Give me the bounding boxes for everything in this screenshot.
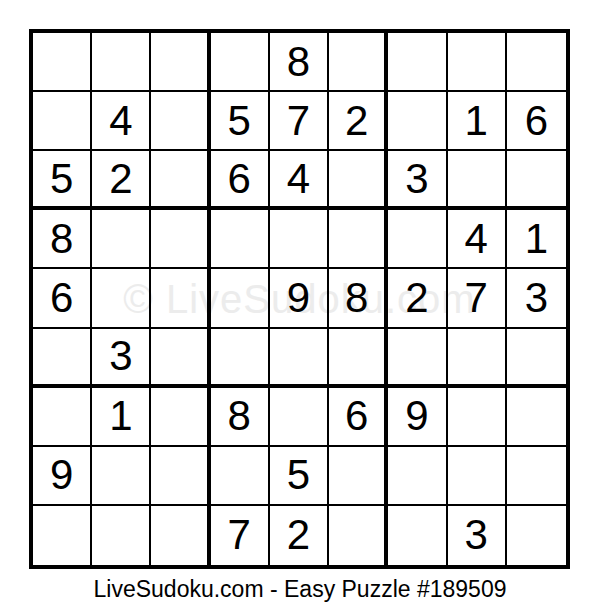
cell-r7c7[interactable]: 9 [388, 388, 447, 447]
cell-r3c8[interactable] [448, 151, 507, 210]
cell-r5c8[interactable]: 7 [448, 269, 507, 328]
cell-r1c7[interactable] [388, 33, 447, 92]
cell-r2c5[interactable]: 7 [270, 92, 329, 151]
cell-r4c3[interactable] [151, 210, 210, 269]
sudoku-grid: 8457216526438416982733186995723 [33, 33, 566, 565]
cell-r2c4[interactable]: 5 [211, 92, 270, 151]
cell-r5c6[interactable]: 8 [329, 269, 388, 328]
cell-r8c4[interactable] [211, 447, 270, 506]
cell-r1c8[interactable] [448, 33, 507, 92]
cell-r4c5[interactable] [270, 210, 329, 269]
cell-r8c7[interactable] [388, 447, 447, 506]
cell-r2c6[interactable]: 2 [329, 92, 388, 151]
cell-r3c9[interactable] [507, 151, 566, 210]
cell-r8c9[interactable] [507, 447, 566, 506]
cell-r9c5[interactable]: 2 [270, 506, 329, 565]
cell-r6c5[interactable] [270, 329, 329, 388]
cell-r8c1[interactable]: 9 [33, 447, 92, 506]
cell-r4c2[interactable] [92, 210, 151, 269]
cell-r2c8[interactable]: 1 [448, 92, 507, 151]
cell-r7c5[interactable] [270, 388, 329, 447]
cell-r4c8[interactable]: 4 [448, 210, 507, 269]
cell-r9c3[interactable] [151, 506, 210, 565]
cell-r7c3[interactable] [151, 388, 210, 447]
cell-r1c3[interactable] [151, 33, 210, 92]
cell-r7c9[interactable] [507, 388, 566, 447]
cell-r5c3[interactable] [151, 269, 210, 328]
cell-r1c1[interactable] [33, 33, 92, 92]
cell-r1c9[interactable] [507, 33, 566, 92]
cell-r5c2[interactable] [92, 269, 151, 328]
cell-r3c5[interactable]: 4 [270, 151, 329, 210]
cell-r6c7[interactable] [388, 329, 447, 388]
cell-r5c4[interactable] [211, 269, 270, 328]
cell-r4c4[interactable] [211, 210, 270, 269]
cell-r5c9[interactable]: 3 [507, 269, 566, 328]
cell-r5c7[interactable]: 2 [388, 269, 447, 328]
cell-r7c1[interactable] [33, 388, 92, 447]
cell-r2c9[interactable]: 6 [507, 92, 566, 151]
cell-r2c7[interactable] [388, 92, 447, 151]
cell-r9c6[interactable] [329, 506, 388, 565]
cell-r6c3[interactable] [151, 329, 210, 388]
cell-r3c6[interactable] [329, 151, 388, 210]
cell-r1c5[interactable]: 8 [270, 33, 329, 92]
cell-r1c6[interactable] [329, 33, 388, 92]
cell-r8c5[interactable]: 5 [270, 447, 329, 506]
cell-r3c4[interactable]: 6 [211, 151, 270, 210]
cell-r3c1[interactable]: 5 [33, 151, 92, 210]
cell-r9c8[interactable]: 3 [448, 506, 507, 565]
cell-r2c2[interactable]: 4 [92, 92, 151, 151]
cell-r2c1[interactable] [33, 92, 92, 151]
cell-r2c3[interactable] [151, 92, 210, 151]
cell-r6c4[interactable] [211, 329, 270, 388]
cell-r3c7[interactable]: 3 [388, 151, 447, 210]
cell-r8c6[interactable] [329, 447, 388, 506]
cell-r8c8[interactable] [448, 447, 507, 506]
puzzle-page: © LiveSudoku.com 84572165264384169827331… [0, 0, 600, 615]
cell-r5c1[interactable]: 6 [33, 269, 92, 328]
cell-r6c1[interactable] [33, 329, 92, 388]
cell-r6c9[interactable] [507, 329, 566, 388]
sudoku-board: © LiveSudoku.com 84572165264384169827331… [29, 29, 570, 569]
cell-r4c1[interactable]: 8 [33, 210, 92, 269]
cell-r4c9[interactable]: 1 [507, 210, 566, 269]
cell-r9c7[interactable] [388, 506, 447, 565]
cell-r9c2[interactable] [92, 506, 151, 565]
cell-r4c6[interactable] [329, 210, 388, 269]
cell-r9c9[interactable] [507, 506, 566, 565]
cell-r7c2[interactable]: 1 [92, 388, 151, 447]
cell-r1c4[interactable] [211, 33, 270, 92]
cell-r6c6[interactable] [329, 329, 388, 388]
cell-r4c7[interactable] [388, 210, 447, 269]
cell-r6c2[interactable]: 3 [92, 329, 151, 388]
cell-r8c3[interactable] [151, 447, 210, 506]
cell-r7c4[interactable]: 8 [211, 388, 270, 447]
cell-r7c8[interactable] [448, 388, 507, 447]
cell-r7c6[interactable]: 6 [329, 388, 388, 447]
cell-r9c4[interactable]: 7 [211, 506, 270, 565]
cell-r8c2[interactable] [92, 447, 151, 506]
cell-r1c2[interactable] [92, 33, 151, 92]
cell-r6c8[interactable] [448, 329, 507, 388]
cell-r3c3[interactable] [151, 151, 210, 210]
cell-r3c2[interactable]: 2 [92, 151, 151, 210]
caption: LiveSudoku.com - Easy Puzzle #189509 [0, 574, 600, 604]
cell-r5c5[interactable]: 9 [270, 269, 329, 328]
cell-r9c1[interactable] [33, 506, 92, 565]
